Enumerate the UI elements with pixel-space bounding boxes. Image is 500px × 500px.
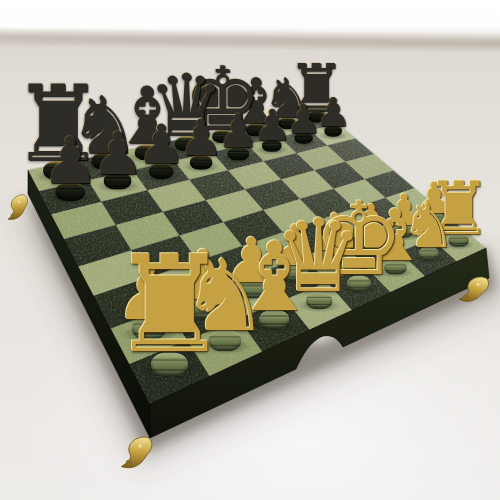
pieces-layer: ♜♞♝♛♚♝♞♜♟♟♟♟♟♟♟♟♟♟♟♟♟♟♟♟♜♞♝♛♚♝♞♜	[0, 0, 500, 500]
piece-black-pawn-c7[interactable]: ♟	[137, 125, 186, 180]
piece-glyph: ♜	[110, 254, 230, 358]
piece-black-pawn-b7[interactable]: ♟	[91, 130, 144, 189]
piece-glyph: ♟	[137, 125, 186, 167]
chess-set-photo: ♜♞♝♛♚♝♞♜♟♟♟♟♟♟♟♟♟♟♟♟♟♟♟♟♜♞♝♛♚♝♞♜	[0, 0, 500, 500]
piece-glyph: ♟	[91, 130, 144, 176]
piece-white-rook-a1[interactable]: ♜	[110, 254, 230, 377]
piece-black-pawn-a7[interactable]: ♟	[42, 137, 100, 202]
piece-glyph: ♟	[42, 137, 100, 187]
